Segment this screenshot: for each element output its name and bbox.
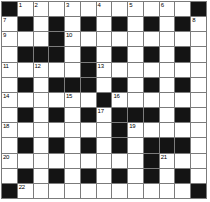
cell-r2c0[interactable]: 9 bbox=[2, 32, 17, 46]
cell-r5c6[interactable] bbox=[97, 78, 112, 92]
black-cell-r8c7 bbox=[112, 123, 127, 137]
cell-r12c5[interactable] bbox=[81, 184, 96, 198]
clue-number-6: 6 bbox=[161, 2, 164, 9]
cell-r8c4[interactable] bbox=[65, 123, 80, 137]
cell-r8c12[interactable] bbox=[191, 123, 206, 137]
black-cell-r3c11 bbox=[175, 47, 190, 61]
cell-r10c12[interactable] bbox=[191, 154, 206, 168]
clue-number-20: 20 bbox=[3, 154, 9, 161]
cell-r0c1[interactable]: 1 bbox=[18, 2, 33, 16]
clue-number-14: 14 bbox=[3, 93, 9, 100]
cell-r10c8[interactable] bbox=[128, 154, 143, 168]
cell-r6c1[interactable] bbox=[18, 93, 33, 107]
cell-r8c10[interactable] bbox=[160, 123, 175, 137]
cell-r0c11[interactable] bbox=[175, 2, 190, 16]
black-cell-r9c9 bbox=[144, 138, 159, 152]
cell-r3c4[interactable] bbox=[65, 47, 80, 61]
clue-number-15: 15 bbox=[66, 93, 72, 100]
black-cell-r1c3 bbox=[49, 17, 64, 31]
clue-number-10: 10 bbox=[66, 32, 72, 39]
cell-r3c0[interactable] bbox=[2, 47, 17, 61]
black-cell-r1c5 bbox=[81, 17, 96, 31]
black-cell-r3c7 bbox=[112, 47, 127, 61]
cell-r4c2[interactable]: 12 bbox=[34, 63, 49, 77]
cell-r4c1[interactable] bbox=[18, 63, 33, 77]
cell-r6c12[interactable] bbox=[191, 93, 206, 107]
cell-r10c7[interactable] bbox=[112, 154, 127, 168]
cell-r1c2[interactable] bbox=[34, 17, 49, 31]
cell-r9c0[interactable] bbox=[2, 138, 17, 152]
cell-r10c5[interactable] bbox=[81, 154, 96, 168]
cell-r10c3[interactable] bbox=[49, 154, 64, 168]
cell-r2c6[interactable] bbox=[97, 32, 112, 46]
cell-r6c4[interactable]: 15 bbox=[65, 93, 80, 107]
black-cell-r3c3 bbox=[49, 47, 64, 61]
cell-r9c8[interactable] bbox=[128, 138, 143, 152]
black-cell-r7c5 bbox=[81, 108, 96, 122]
cell-r12c7[interactable] bbox=[112, 184, 127, 198]
cell-r1c8[interactable] bbox=[128, 17, 143, 31]
black-cell-r5c1 bbox=[18, 78, 33, 92]
black-cell-r1c11 bbox=[175, 17, 190, 31]
cell-r12c11[interactable] bbox=[175, 184, 190, 198]
cell-r7c10[interactable] bbox=[160, 108, 175, 122]
cell-r11c2[interactable] bbox=[34, 169, 49, 183]
cell-r5c10[interactable] bbox=[160, 78, 175, 92]
cell-r12c6[interactable] bbox=[97, 184, 112, 198]
cell-r9c2[interactable] bbox=[34, 138, 49, 152]
black-cell-r5c5 bbox=[81, 78, 96, 92]
clue-number-5: 5 bbox=[129, 2, 132, 9]
cell-r1c12[interactable]: 8 bbox=[191, 17, 206, 31]
cell-r11c0[interactable] bbox=[2, 169, 17, 183]
black-cell-r5c4 bbox=[65, 78, 80, 92]
cell-r6c0[interactable]: 14 bbox=[2, 93, 17, 107]
black-cell-r11c7 bbox=[112, 169, 127, 183]
cell-r12c4[interactable] bbox=[65, 184, 80, 198]
black-cell-r11c3 bbox=[49, 169, 64, 183]
cell-r12c2[interactable] bbox=[34, 184, 49, 198]
cell-r3c8[interactable] bbox=[128, 47, 143, 61]
cell-r11c8[interactable] bbox=[128, 169, 143, 183]
cell-r2c8[interactable] bbox=[128, 32, 143, 46]
cell-r8c9[interactable] bbox=[144, 123, 159, 137]
black-cell-r3c9 bbox=[144, 47, 159, 61]
cell-r11c12[interactable] bbox=[191, 169, 206, 183]
black-cell-r7c11 bbox=[175, 108, 190, 122]
cell-r6c7[interactable]: 16 bbox=[112, 93, 127, 107]
cell-r4c7[interactable] bbox=[112, 63, 127, 77]
cell-r8c3[interactable] bbox=[49, 123, 64, 137]
cell-r9c4[interactable] bbox=[65, 138, 80, 152]
black-cell-r2c3 bbox=[49, 32, 64, 46]
black-cell-r9c1 bbox=[18, 138, 33, 152]
black-cell-r3c5 bbox=[81, 47, 96, 61]
black-cell-r9c10 bbox=[160, 138, 175, 152]
cell-r11c10[interactable] bbox=[160, 169, 175, 183]
black-cell-r9c5 bbox=[81, 138, 96, 152]
black-cell-r7c7 bbox=[112, 108, 127, 122]
cell-r2c7[interactable] bbox=[112, 32, 127, 46]
black-cell-r3c2 bbox=[34, 47, 49, 61]
black-cell-r1c1 bbox=[18, 17, 33, 31]
cell-r7c2[interactable] bbox=[34, 108, 49, 122]
cell-r4c10[interactable] bbox=[160, 63, 175, 77]
cell-r0c10[interactable]: 6 bbox=[160, 2, 175, 16]
black-cell-r7c9 bbox=[144, 108, 159, 122]
black-cell-r0c0 bbox=[2, 2, 17, 16]
black-cell-r11c11 bbox=[175, 169, 190, 183]
clue-number-19: 19 bbox=[129, 123, 135, 130]
clue-number-4: 4 bbox=[98, 2, 101, 9]
clue-number-8: 8 bbox=[192, 17, 195, 24]
cell-r8c11[interactable] bbox=[175, 123, 190, 137]
cell-r1c0[interactable]: 7 bbox=[2, 17, 17, 31]
clue-number-7: 7 bbox=[3, 17, 6, 24]
black-cell-r7c3 bbox=[49, 108, 64, 122]
black-cell-r10c9 bbox=[144, 154, 159, 168]
clue-number-21: 21 bbox=[161, 154, 167, 161]
cell-r4c6[interactable]: 13 bbox=[97, 63, 112, 77]
cell-r7c0[interactable] bbox=[2, 108, 17, 122]
cell-r12c8[interactable] bbox=[128, 184, 143, 198]
cell-r7c6[interactable]: 17 bbox=[97, 108, 112, 122]
crossword-grid: 12345678910111213141516171819202122 bbox=[1, 1, 207, 199]
cell-r0c5[interactable] bbox=[81, 2, 96, 16]
clue-number-13: 13 bbox=[98, 63, 104, 70]
cell-r3c10[interactable] bbox=[160, 47, 175, 61]
black-cell-r4c5 bbox=[81, 63, 96, 77]
cell-r11c6[interactable] bbox=[97, 169, 112, 183]
black-cell-r11c1 bbox=[18, 169, 33, 183]
black-cell-r1c9 bbox=[144, 17, 159, 31]
black-cell-r12c0 bbox=[2, 184, 17, 198]
black-cell-r5c11 bbox=[175, 78, 190, 92]
cell-r6c8[interactable] bbox=[128, 93, 143, 107]
cell-r4c4[interactable] bbox=[65, 63, 80, 77]
black-cell-r3c1 bbox=[18, 47, 33, 61]
cell-r5c2[interactable] bbox=[34, 78, 49, 92]
cell-r0c8[interactable]: 5 bbox=[128, 2, 143, 16]
clue-number-3: 3 bbox=[66, 2, 69, 9]
clue-number-18: 18 bbox=[3, 123, 9, 130]
cell-r4c0[interactable]: 11 bbox=[2, 63, 17, 77]
cell-r1c10[interactable] bbox=[160, 17, 175, 31]
cell-r4c12[interactable] bbox=[191, 63, 206, 77]
cell-r4c9[interactable] bbox=[144, 63, 159, 77]
cell-r6c11[interactable] bbox=[175, 93, 190, 107]
cell-r7c4[interactable] bbox=[65, 108, 80, 122]
cell-r0c6[interactable]: 4 bbox=[97, 2, 112, 16]
black-cell-r0c12 bbox=[191, 2, 206, 16]
cell-r0c4[interactable]: 3 bbox=[65, 2, 80, 16]
clue-number-2: 2 bbox=[35, 2, 38, 9]
cell-r7c12[interactable] bbox=[191, 108, 206, 122]
cell-r10c2[interactable] bbox=[34, 154, 49, 168]
cell-r4c8[interactable] bbox=[128, 63, 143, 77]
black-cell-r9c3 bbox=[49, 138, 64, 152]
cell-r12c1[interactable]: 22 bbox=[18, 184, 33, 198]
cell-r1c6[interactable] bbox=[97, 17, 112, 31]
cell-r11c4[interactable] bbox=[65, 169, 80, 183]
cell-r6c3[interactable] bbox=[49, 93, 64, 107]
cell-r0c2[interactable]: 2 bbox=[34, 2, 49, 16]
cell-r2c11[interactable] bbox=[175, 32, 190, 46]
cell-r2c9[interactable] bbox=[144, 32, 159, 46]
black-cell-r12c12 bbox=[191, 184, 206, 198]
cell-r6c5[interactable] bbox=[81, 93, 96, 107]
cell-r10c6[interactable] bbox=[97, 154, 112, 168]
cell-r0c9[interactable] bbox=[144, 2, 159, 16]
clue-number-22: 22 bbox=[19, 184, 25, 191]
cell-r3c6[interactable] bbox=[97, 47, 112, 61]
cell-r12c10[interactable] bbox=[160, 184, 175, 198]
cell-r8c8[interactable]: 19 bbox=[128, 123, 143, 137]
cell-r10c1[interactable] bbox=[18, 154, 33, 168]
cell-r10c11[interactable] bbox=[175, 154, 190, 168]
cell-r5c8[interactable] bbox=[128, 78, 143, 92]
cell-r2c5[interactable] bbox=[81, 32, 96, 46]
cell-r10c10[interactable]: 21 bbox=[160, 154, 175, 168]
black-cell-r7c1 bbox=[18, 108, 33, 122]
cell-r2c12[interactable] bbox=[191, 32, 206, 46]
cell-r4c11[interactable] bbox=[175, 63, 190, 77]
black-cell-r5c9 bbox=[144, 78, 159, 92]
cell-r6c9[interactable] bbox=[144, 93, 159, 107]
black-cell-r11c5 bbox=[81, 169, 96, 183]
cell-r8c6[interactable] bbox=[97, 123, 112, 137]
black-cell-r7c8 bbox=[128, 108, 143, 122]
cell-r10c4[interactable] bbox=[65, 154, 80, 168]
clue-number-12: 12 bbox=[35, 63, 41, 70]
clue-number-17: 17 bbox=[98, 108, 104, 115]
cell-r9c12[interactable] bbox=[191, 138, 206, 152]
clue-number-1: 1 bbox=[19, 2, 22, 9]
cell-r8c0[interactable]: 18 bbox=[2, 123, 17, 137]
cell-r0c3[interactable] bbox=[49, 2, 64, 16]
cell-r5c12[interactable] bbox=[191, 78, 206, 92]
black-cell-r9c7 bbox=[112, 138, 127, 152]
black-cell-r11c9 bbox=[144, 169, 159, 183]
cell-r12c9[interactable] bbox=[144, 184, 159, 198]
cell-r2c2[interactable] bbox=[34, 32, 49, 46]
cell-r8c1[interactable] bbox=[18, 123, 33, 137]
black-cell-r1c7 bbox=[112, 17, 127, 31]
clue-number-11: 11 bbox=[3, 63, 9, 70]
cell-r12c3[interactable] bbox=[49, 184, 64, 198]
clue-number-16: 16 bbox=[113, 93, 119, 100]
cell-r4c3[interactable] bbox=[49, 63, 64, 77]
cell-r2c1[interactable] bbox=[18, 32, 33, 46]
cell-r6c10[interactable] bbox=[160, 93, 175, 107]
black-cell-r5c3 bbox=[49, 78, 64, 92]
clue-number-9: 9 bbox=[3, 32, 6, 39]
cell-r3c12[interactable] bbox=[191, 47, 206, 61]
cell-r10c0[interactable]: 20 bbox=[2, 154, 17, 168]
cell-r2c4[interactable]: 10 bbox=[65, 32, 80, 46]
black-cell-r5c7 bbox=[112, 78, 127, 92]
cell-r9c6[interactable] bbox=[97, 138, 112, 152]
black-cell-r9c11 bbox=[175, 138, 190, 152]
cell-r2c10[interactable] bbox=[160, 32, 175, 46]
black-cell-r6c6 bbox=[97, 93, 112, 107]
cell-r6c2[interactable] bbox=[34, 93, 49, 107]
cell-r8c2[interactable] bbox=[34, 123, 49, 137]
cell-r8c5[interactable] bbox=[81, 123, 96, 137]
cell-r0c7[interactable] bbox=[112, 2, 127, 16]
cell-r1c4[interactable] bbox=[65, 17, 80, 31]
cell-r5c0[interactable] bbox=[2, 78, 17, 92]
